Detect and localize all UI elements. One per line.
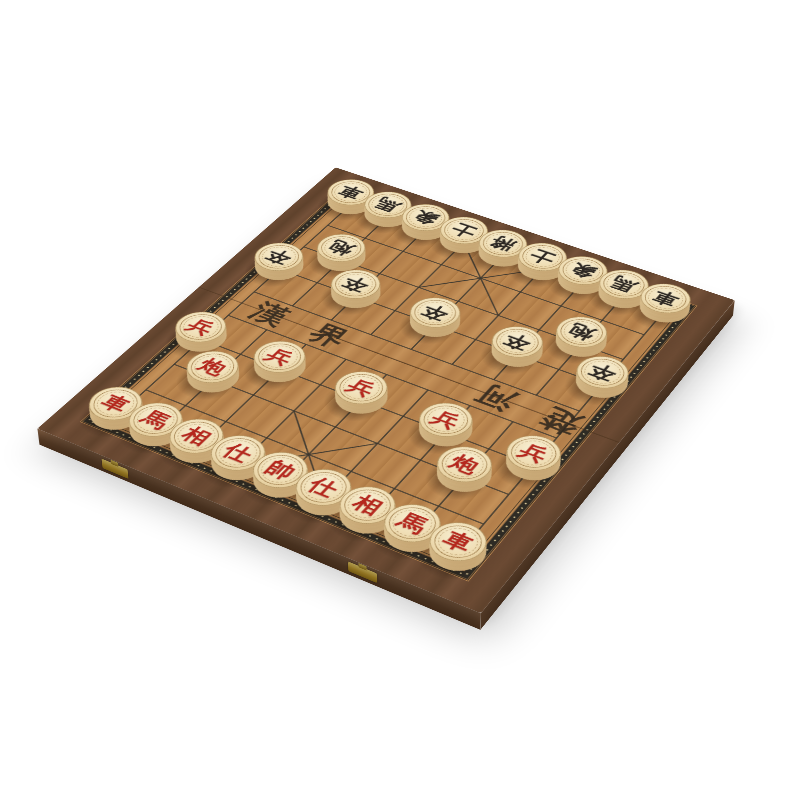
piece-glyph: 車 xyxy=(439,528,478,555)
piece-glyph: 馬 xyxy=(137,408,174,431)
piece-glyph: 兵 xyxy=(262,346,298,368)
piece-glyph: 兵 xyxy=(183,316,218,337)
piece-glyph: 卒 xyxy=(339,274,373,294)
piece-glyph: 卒 xyxy=(262,247,296,266)
piece-glyph: 士 xyxy=(526,247,559,266)
piece-glyph: 兵 xyxy=(515,441,552,465)
piece-glyph: 將 xyxy=(487,234,520,253)
piece-glyph: 士 xyxy=(448,221,481,240)
piece-glyph: 炮 xyxy=(446,452,483,476)
piece-glyph: 卒 xyxy=(418,302,452,323)
piece-glyph: 車 xyxy=(97,392,134,415)
piece-glyph: 象 xyxy=(409,208,441,226)
piece-glyph: 相 xyxy=(178,424,216,448)
piece-glyph: 兵 xyxy=(428,408,464,431)
piece-glyph: 相 xyxy=(348,492,386,518)
xiangqi-board[interactable]: 漢界 楚河 車馬象士將士象馬車炮炮卒卒卒卒卒兵兵兵兵兵炮炮車馬相仕帥仕相馬車 xyxy=(37,167,734,613)
piece-glyph: 炮 xyxy=(565,321,599,342)
piece-glyph: 馬 xyxy=(607,274,640,294)
piece-glyph: 馬 xyxy=(393,510,432,536)
piece-glyph: 仕 xyxy=(219,441,257,465)
piece-glyph: 帥 xyxy=(261,458,299,483)
piece-glyph: 卒 xyxy=(585,361,620,383)
page-background: 漢界 楚河 車馬象士將士象馬車炮炮卒卒卒卒卒兵兵兵兵兵炮炮車馬相仕帥仕相馬車 xyxy=(0,0,800,800)
piece-glyph: 炮 xyxy=(325,238,358,257)
piece-glyph: 車 xyxy=(649,288,682,308)
piece-glyph: 卒 xyxy=(500,331,535,352)
piece-glyph: 車 xyxy=(335,183,367,201)
piece-glyph: 炮 xyxy=(194,356,230,378)
piece-glyph: 兵 xyxy=(343,376,379,398)
piece-glyph: 仕 xyxy=(304,475,342,500)
piece-glyph: 馬 xyxy=(372,196,404,214)
piece-glyph: 象 xyxy=(566,261,599,281)
